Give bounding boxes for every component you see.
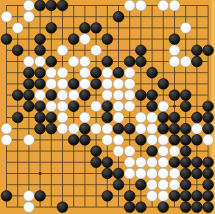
stone-black[interactable] bbox=[203, 191, 214, 202]
stone-black[interactable] bbox=[180, 157, 191, 168]
stone-black[interactable] bbox=[136, 135, 147, 146]
stone-white[interactable] bbox=[113, 112, 124, 123]
stone-white[interactable] bbox=[80, 79, 91, 90]
stone-black[interactable] bbox=[24, 67, 35, 78]
stone-white[interactable] bbox=[102, 67, 113, 78]
stone-black[interactable] bbox=[35, 0, 46, 11]
stone-black[interactable] bbox=[136, 56, 147, 67]
stone-white[interactable] bbox=[136, 168, 147, 179]
goban[interactable] bbox=[0, 0, 215, 214]
stone-white[interactable] bbox=[169, 179, 180, 190]
stone-black[interactable] bbox=[180, 135, 191, 146]
stone-white[interactable] bbox=[124, 101, 135, 112]
stone-black[interactable] bbox=[102, 101, 113, 112]
stone-black[interactable] bbox=[203, 45, 214, 56]
stone-white[interactable] bbox=[24, 191, 35, 202]
stone-white[interactable] bbox=[158, 146, 169, 157]
stone-black[interactable] bbox=[180, 179, 191, 190]
stone-black[interactable] bbox=[1, 34, 12, 45]
stone-white[interactable] bbox=[46, 79, 57, 90]
stone-black[interactable] bbox=[158, 112, 169, 123]
stone-white[interactable] bbox=[158, 157, 169, 168]
stone-black[interactable] bbox=[68, 79, 79, 90]
stone-black[interactable] bbox=[169, 135, 180, 146]
stone-black[interactable] bbox=[80, 23, 91, 34]
stone-white[interactable] bbox=[147, 112, 158, 123]
stone-black[interactable] bbox=[91, 146, 102, 157]
stone-white[interactable] bbox=[124, 90, 135, 101]
stone-black[interactable] bbox=[91, 23, 102, 34]
stone-black[interactable] bbox=[35, 67, 46, 78]
stone-black[interactable] bbox=[35, 101, 46, 112]
stone-black[interactable] bbox=[192, 191, 203, 202]
stone-black[interactable] bbox=[1, 191, 12, 202]
stone-black[interactable] bbox=[124, 123, 135, 134]
stone-black[interactable] bbox=[102, 112, 113, 123]
stone-white[interactable] bbox=[68, 123, 79, 134]
stone-white[interactable] bbox=[46, 101, 57, 112]
stone-black[interactable] bbox=[102, 34, 113, 45]
stone-white[interactable] bbox=[12, 23, 23, 34]
stone-white[interactable] bbox=[113, 79, 124, 90]
stone-black[interactable] bbox=[203, 123, 214, 134]
stone-black[interactable] bbox=[24, 79, 35, 90]
stone-white[interactable] bbox=[91, 45, 102, 56]
stone-black[interactable] bbox=[91, 67, 102, 78]
stone-white[interactable] bbox=[136, 112, 147, 123]
stone-black[interactable] bbox=[169, 191, 180, 202]
stone-black[interactable] bbox=[169, 123, 180, 134]
stone-black[interactable] bbox=[35, 34, 46, 45]
stone-white[interactable] bbox=[124, 67, 135, 78]
stone-white[interactable] bbox=[1, 11, 12, 22]
stone-black[interactable] bbox=[158, 123, 169, 134]
stone-black[interactable] bbox=[203, 112, 214, 123]
stone-white[interactable] bbox=[124, 146, 135, 157]
stone-black[interactable] bbox=[136, 179, 147, 190]
stone-white[interactable] bbox=[169, 146, 180, 157]
stone-white[interactable] bbox=[147, 157, 158, 168]
stone-black[interactable] bbox=[203, 179, 214, 190]
stone-white[interactable] bbox=[91, 101, 102, 112]
stone-black[interactable] bbox=[35, 191, 46, 202]
stone-white[interactable] bbox=[169, 168, 180, 179]
stone-white[interactable] bbox=[24, 202, 35, 213]
stone-black[interactable] bbox=[46, 56, 57, 67]
stone-white[interactable] bbox=[124, 79, 135, 90]
stone-white[interactable] bbox=[24, 56, 35, 67]
stone-white[interactable] bbox=[68, 56, 79, 67]
stone-black[interactable] bbox=[68, 101, 79, 112]
stone-white[interactable] bbox=[113, 135, 124, 146]
stone-white[interactable] bbox=[180, 23, 191, 34]
stone-black[interactable] bbox=[102, 56, 113, 67]
stone-white[interactable] bbox=[57, 101, 68, 112]
stone-white[interactable] bbox=[136, 123, 147, 134]
stone-black[interactable] bbox=[68, 135, 79, 146]
stone-black[interactable] bbox=[46, 0, 57, 11]
stone-black[interactable] bbox=[113, 123, 124, 134]
stone-black[interactable] bbox=[35, 112, 46, 123]
stone-black[interactable] bbox=[192, 202, 203, 213]
stone-white[interactable] bbox=[158, 135, 169, 146]
stone-white[interactable] bbox=[46, 67, 57, 78]
stone-white[interactable] bbox=[35, 56, 46, 67]
stone-white[interactable] bbox=[91, 123, 102, 134]
stone-white[interactable] bbox=[24, 11, 35, 22]
stone-black[interactable] bbox=[169, 34, 180, 45]
stone-white[interactable] bbox=[102, 135, 113, 146]
stone-black[interactable] bbox=[80, 90, 91, 101]
board-svg bbox=[0, 0, 215, 214]
go-board-screenshot bbox=[0, 0, 215, 214]
stone-black[interactable] bbox=[46, 123, 57, 134]
stone-white[interactable] bbox=[102, 90, 113, 101]
stone-white[interactable] bbox=[57, 90, 68, 101]
stone-white[interactable] bbox=[169, 56, 180, 67]
stone-black[interactable] bbox=[124, 56, 135, 67]
stone-white[interactable] bbox=[124, 168, 135, 179]
stone-black[interactable] bbox=[203, 168, 214, 179]
stone-black[interactable] bbox=[113, 168, 124, 179]
stone-black[interactable] bbox=[102, 168, 113, 179]
stone-black[interactable] bbox=[113, 67, 124, 78]
stone-white[interactable] bbox=[57, 45, 68, 56]
stone-black[interactable] bbox=[113, 11, 124, 22]
stone-black[interactable] bbox=[46, 112, 57, 123]
stone-white[interactable] bbox=[169, 0, 180, 11]
stone-white[interactable] bbox=[80, 112, 91, 123]
stone-black[interactable] bbox=[180, 123, 191, 134]
stone-white[interactable] bbox=[136, 157, 147, 168]
stone-white[interactable] bbox=[169, 45, 180, 56]
stone-black[interactable] bbox=[203, 157, 214, 168]
stone-black[interactable] bbox=[192, 112, 203, 123]
stone-white[interactable] bbox=[24, 0, 35, 11]
stone-white[interactable] bbox=[158, 168, 169, 179]
stone-black[interactable] bbox=[136, 45, 147, 56]
stone-white[interactable] bbox=[113, 90, 124, 101]
stone-white[interactable] bbox=[124, 0, 135, 11]
stone-white[interactable] bbox=[1, 135, 12, 146]
stone-black[interactable] bbox=[136, 202, 147, 213]
stone-white[interactable] bbox=[147, 168, 158, 179]
stone-black[interactable] bbox=[147, 67, 158, 78]
stone-black[interactable] bbox=[91, 157, 102, 168]
stone-white[interactable] bbox=[35, 90, 46, 101]
stone-black[interactable] bbox=[124, 202, 135, 213]
stone-black[interactable] bbox=[68, 34, 79, 45]
stone-black[interactable] bbox=[180, 202, 191, 213]
stone-black[interactable] bbox=[46, 23, 57, 34]
stone-white[interactable] bbox=[80, 67, 91, 78]
stone-black[interactable] bbox=[24, 90, 35, 101]
stone-white[interactable] bbox=[136, 0, 147, 11]
stone-white[interactable] bbox=[158, 0, 169, 11]
stone-black[interactable] bbox=[158, 202, 169, 213]
stone-white[interactable] bbox=[147, 135, 158, 146]
stone-black[interactable] bbox=[113, 179, 124, 190]
stone-black[interactable] bbox=[180, 146, 191, 157]
stone-black[interactable] bbox=[203, 101, 214, 112]
stone-white[interactable] bbox=[147, 179, 158, 190]
stone-black[interactable] bbox=[192, 56, 203, 67]
stone-white[interactable] bbox=[147, 191, 158, 202]
stone-white[interactable] bbox=[68, 90, 79, 101]
stone-black[interactable] bbox=[102, 191, 113, 202]
stone-white[interactable] bbox=[1, 123, 12, 134]
stone-black[interactable] bbox=[169, 90, 180, 101]
stone-white[interactable] bbox=[158, 101, 169, 112]
stone-white[interactable] bbox=[158, 191, 169, 202]
stone-white[interactable] bbox=[24, 135, 35, 146]
stone-white[interactable] bbox=[80, 34, 91, 45]
stone-black[interactable] bbox=[136, 90, 147, 101]
stone-black[interactable] bbox=[180, 90, 191, 101]
stone-white[interactable] bbox=[113, 146, 124, 157]
stone-white[interactable] bbox=[102, 79, 113, 90]
stone-white[interactable] bbox=[124, 157, 135, 168]
stone-black[interactable] bbox=[192, 157, 203, 168]
stone-white[interactable] bbox=[102, 123, 113, 134]
stone-black[interactable] bbox=[46, 90, 57, 101]
stone-white[interactable] bbox=[57, 79, 68, 90]
stone-black[interactable] bbox=[80, 123, 91, 134]
stone-black[interactable] bbox=[192, 135, 203, 146]
stone-white[interactable] bbox=[180, 56, 191, 67]
stone-white[interactable] bbox=[57, 67, 68, 78]
stone-black[interactable] bbox=[180, 191, 191, 202]
stone-white[interactable] bbox=[203, 135, 214, 146]
stone-white[interactable] bbox=[57, 123, 68, 134]
stone-black[interactable] bbox=[147, 90, 158, 101]
stone-white[interactable] bbox=[192, 123, 203, 134]
stone-black[interactable] bbox=[203, 202, 214, 213]
stone-black[interactable] bbox=[180, 101, 191, 112]
stone-black[interactable] bbox=[158, 79, 169, 90]
stone-black[interactable] bbox=[147, 146, 158, 157]
stone-black[interactable] bbox=[35, 79, 46, 90]
stone-black[interactable] bbox=[180, 168, 191, 179]
stone-black[interactable] bbox=[124, 191, 135, 202]
stone-white[interactable] bbox=[57, 112, 68, 123]
stone-black[interactable] bbox=[102, 157, 113, 168]
stone-black[interactable] bbox=[57, 0, 68, 11]
stone-white[interactable] bbox=[158, 179, 169, 190]
stone-white[interactable] bbox=[147, 123, 158, 134]
stone-black[interactable] bbox=[12, 45, 23, 56]
stone-white[interactable] bbox=[113, 101, 124, 112]
stone-black[interactable] bbox=[35, 123, 46, 134]
stone-black[interactable] bbox=[12, 90, 23, 101]
stone-white[interactable] bbox=[80, 56, 91, 67]
stone-black[interactable] bbox=[24, 101, 35, 112]
stone-black[interactable] bbox=[57, 202, 68, 213]
stone-black[interactable] bbox=[12, 112, 23, 123]
stone-black[interactable] bbox=[91, 79, 102, 90]
stone-black[interactable] bbox=[192, 45, 203, 56]
stone-black[interactable] bbox=[192, 168, 203, 179]
stone-black[interactable] bbox=[169, 112, 180, 123]
stone-black[interactable] bbox=[147, 101, 158, 112]
stone-black[interactable] bbox=[169, 157, 180, 168]
stone-black[interactable] bbox=[35, 45, 46, 56]
stone-black[interactable] bbox=[80, 135, 91, 146]
